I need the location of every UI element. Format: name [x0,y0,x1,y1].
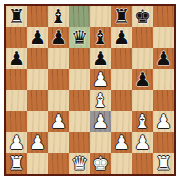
white-rook-icon: ♜ [153,153,174,174]
square-d2[interactable] [69,132,90,153]
square-g1[interactable] [132,153,153,174]
square-d1[interactable]: ♛ [69,153,90,174]
square-b5[interactable] [27,69,48,90]
black-bishop-icon: ♝ [48,6,69,27]
square-g8[interactable]: ♚ [132,6,153,27]
white-pawn-icon: ♟ [6,132,27,153]
square-d7-highlighted[interactable]: ♛ [69,27,90,48]
chess-app-window: ♜♝♜♚♟♟♛♝♟♟♟♟♟♟♝♟♟♝♟♟♟♟♟♜♛♚♜ [0,0,180,180]
square-f5[interactable] [111,69,132,90]
square-c2[interactable] [48,132,69,153]
square-h1[interactable]: ♜ [153,153,174,174]
square-e2[interactable] [90,132,111,153]
black-pawn-icon: ♟ [111,27,132,48]
square-b6[interactable] [27,48,48,69]
square-b8[interactable] [27,6,48,27]
black-pawn-icon: ♟ [27,27,48,48]
black-pawn-icon: ♟ [48,27,69,48]
square-b3[interactable] [27,111,48,132]
square-f6[interactable] [111,48,132,69]
board-frame: ♜♝♜♚♟♟♛♝♟♟♟♟♟♟♝♟♟♝♟♟♟♟♟♜♛♚♜ [4,4,176,176]
square-e8[interactable] [90,6,111,27]
square-a3[interactable] [6,111,27,132]
square-g6[interactable] [132,48,153,69]
square-c1[interactable] [48,153,69,174]
square-d3[interactable] [69,111,90,132]
black-rook-icon: ♜ [6,6,27,27]
square-a2[interactable]: ♟ [6,132,27,153]
square-c5[interactable] [48,69,69,90]
square-c4[interactable] [48,90,69,111]
square-h2[interactable] [153,132,174,153]
square-d6[interactable] [69,48,90,69]
white-pawn-icon: ♟ [153,111,174,132]
square-a7[interactable] [6,27,27,48]
square-c7[interactable]: ♟ [48,27,69,48]
square-a5[interactable] [6,69,27,90]
square-f7[interactable]: ♟ [111,27,132,48]
square-f8[interactable]: ♜ [111,6,132,27]
square-e4[interactable]: ♝ [90,90,111,111]
square-f1[interactable] [111,153,132,174]
square-g5[interactable]: ♟ [132,69,153,90]
black-pawn-icon: ♟ [6,48,27,69]
square-h7[interactable] [153,27,174,48]
black-pawn-icon: ♟ [90,48,111,69]
square-f3[interactable] [111,111,132,132]
square-e6[interactable]: ♟ [90,48,111,69]
square-g7[interactable] [132,27,153,48]
white-king-icon: ♚ [90,153,111,174]
black-queen-icon: ♛ [69,27,90,48]
black-pawn-icon: ♟ [153,48,174,69]
square-d5[interactable] [69,69,90,90]
square-h6[interactable]: ♟ [153,48,174,69]
white-pawn-icon: ♟ [90,111,111,132]
white-rook-icon: ♜ [6,153,27,174]
square-b7[interactable]: ♟ [27,27,48,48]
white-pawn-icon: ♟ [90,69,111,90]
square-d8-highlighted[interactable] [69,6,90,27]
square-c6[interactable] [48,48,69,69]
black-bishop-icon: ♝ [90,27,111,48]
white-pawn-icon: ♟ [111,132,132,153]
black-pawn-icon: ♟ [132,69,153,90]
square-e5[interactable]: ♟ [90,69,111,90]
white-pawn-icon: ♟ [27,132,48,153]
square-e3-highlighted[interactable]: ♟ [90,111,111,132]
white-pawn-icon: ♟ [48,111,69,132]
square-g4[interactable] [132,90,153,111]
square-h3[interactable]: ♟ [153,111,174,132]
square-f2[interactable]: ♟ [111,132,132,153]
square-b1[interactable] [27,153,48,174]
square-c8[interactable]: ♝ [48,6,69,27]
square-h8[interactable] [153,6,174,27]
square-e7[interactable]: ♝ [90,27,111,48]
square-h4[interactable] [153,90,174,111]
square-a8[interactable]: ♜ [6,6,27,27]
white-bishop-icon: ♝ [132,111,153,132]
white-bishop-icon: ♝ [90,90,111,111]
square-g2[interactable]: ♟ [132,132,153,153]
square-e1[interactable]: ♚ [90,153,111,174]
black-rook-icon: ♜ [111,6,132,27]
square-g3[interactable]: ♝ [132,111,153,132]
square-b4[interactable] [27,90,48,111]
square-d4[interactable] [69,90,90,111]
square-f4[interactable] [111,90,132,111]
square-a6[interactable]: ♟ [6,48,27,69]
white-queen-icon: ♛ [69,153,90,174]
square-a1[interactable]: ♜ [6,153,27,174]
square-a4[interactable] [6,90,27,111]
square-c3[interactable]: ♟ [48,111,69,132]
square-b2[interactable]: ♟ [27,132,48,153]
chess-board: ♜♝♜♚♟♟♛♝♟♟♟♟♟♟♝♟♟♝♟♟♟♟♟♜♛♚♜ [6,6,174,174]
white-pawn-icon: ♟ [132,132,153,153]
black-king-icon: ♚ [132,6,153,27]
square-h5[interactable] [153,69,174,90]
